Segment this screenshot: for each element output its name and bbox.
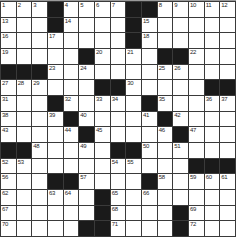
clue-number-47: 47	[190, 127, 196, 133]
cell-r8c1[interactable]	[17, 127, 32, 142]
black-cell-r9c7	[111, 143, 126, 158]
cell-r14c4[interactable]	[64, 221, 79, 236]
cell-r12c2[interactable]	[32, 190, 47, 205]
cell-r8c9[interactable]	[142, 127, 157, 142]
cell-r6c14[interactable]: 37	[220, 96, 235, 111]
cell-r13c10[interactable]	[158, 206, 173, 221]
cell-r13c8[interactable]	[126, 206, 141, 221]
black-cell-r12c6	[95, 190, 110, 205]
cell-r3c13[interactable]	[205, 49, 220, 64]
cell-r7c12[interactable]	[189, 112, 204, 127]
cell-r5c3[interactable]	[48, 80, 63, 95]
cell-r6c4[interactable]: 32	[64, 96, 79, 111]
cell-r1c11[interactable]	[173, 18, 188, 33]
cell-r8c12[interactable]: 47	[189, 127, 204, 142]
crossword-grid: 1234567891011121314151617181920212223242…	[0, 0, 236, 237]
cell-r0c7[interactable]: 7	[111, 2, 126, 17]
clue-number-67: 67	[2, 206, 8, 212]
clue-number-18: 18	[143, 33, 149, 39]
clue-number-68: 68	[112, 206, 118, 212]
clue-number-1: 1	[2, 2, 5, 8]
cell-r12c10[interactable]	[158, 190, 173, 205]
black-cell-r11c3	[48, 174, 63, 189]
cell-r14c10[interactable]	[158, 221, 173, 236]
cell-r9c4[interactable]	[64, 143, 79, 158]
cell-r9c13[interactable]	[205, 143, 220, 158]
cell-r11c5[interactable]: 57	[79, 174, 94, 189]
cell-r8c2[interactable]	[32, 127, 47, 142]
black-cell-r13c6	[95, 206, 110, 221]
cell-r3c9[interactable]	[142, 49, 157, 64]
cell-r6c13[interactable]: 36	[205, 96, 220, 111]
clue-number-64: 64	[65, 190, 71, 196]
cell-r14c7[interactable]: 71	[111, 221, 126, 236]
black-cell-r11c4	[64, 174, 79, 189]
cell-r8c6[interactable]: 45	[95, 127, 110, 142]
cell-r14c9[interactable]	[142, 221, 157, 236]
cell-r6c8[interactable]	[126, 96, 141, 111]
clue-number-60: 60	[206, 174, 212, 180]
cell-r9c11[interactable]: 51	[173, 143, 188, 158]
cell-r2c1[interactable]	[17, 33, 32, 48]
cell-r5c10[interactable]	[158, 80, 173, 95]
black-cell-r8c5	[79, 127, 94, 142]
clue-number-42: 42	[174, 112, 180, 118]
cell-r7c6[interactable]	[95, 112, 110, 127]
cell-r5c0[interactable]: 27	[1, 80, 16, 95]
cell-r6c1[interactable]	[17, 96, 32, 111]
cell-r6c7[interactable]: 34	[111, 96, 126, 111]
cell-r4c4[interactable]	[64, 65, 79, 80]
cell-r11c14[interactable]: 61	[220, 174, 235, 189]
cell-r3c12[interactable]: 22	[189, 49, 204, 64]
black-cell-r10c12	[189, 159, 204, 174]
cell-r3c1[interactable]	[17, 49, 32, 64]
black-cell-r1c8	[126, 18, 141, 33]
cell-r8c13[interactable]	[205, 127, 220, 142]
cell-r7c2[interactable]	[32, 112, 47, 127]
cell-r4c12[interactable]	[189, 65, 204, 80]
cell-r13c1[interactable]	[17, 206, 32, 221]
cell-r13c0[interactable]: 67	[1, 206, 16, 221]
clue-number-35: 35	[159, 96, 165, 102]
cell-r11c1[interactable]	[17, 174, 32, 189]
black-cell-r0c3	[48, 2, 63, 17]
cell-r1c5[interactable]	[79, 18, 94, 33]
clue-number-54: 54	[112, 159, 118, 165]
cell-r10c7[interactable]: 54	[111, 159, 126, 174]
cell-r5c12[interactable]	[189, 80, 204, 95]
cell-r4c14[interactable]	[220, 65, 235, 80]
cell-r8c7[interactable]	[111, 127, 126, 142]
cell-r8c8[interactable]	[126, 127, 141, 142]
cell-r5c1[interactable]: 28	[17, 80, 32, 95]
clue-number-16: 16	[2, 33, 8, 39]
black-cell-r4c1	[17, 65, 32, 80]
clue-number-26: 26	[174, 65, 180, 71]
cell-r13c13[interactable]	[205, 206, 220, 221]
cell-r10c9[interactable]	[142, 159, 157, 174]
cell-r4c3[interactable]: 23	[48, 65, 63, 80]
clue-number-37: 37	[221, 96, 227, 102]
cell-r12c11[interactable]	[173, 190, 188, 205]
clue-number-21: 21	[127, 49, 133, 55]
cell-r14c0[interactable]: 70	[1, 221, 16, 236]
cell-r9c2[interactable]: 48	[32, 143, 47, 158]
clue-number-3: 3	[33, 2, 36, 8]
cell-r5c5[interactable]	[79, 80, 94, 95]
cell-r11c8[interactable]	[126, 174, 141, 189]
cell-r0c11[interactable]: 9	[173, 2, 188, 17]
clue-number-45: 45	[96, 127, 102, 133]
cell-r12c3[interactable]: 63	[48, 190, 63, 205]
cell-r2c0[interactable]: 16	[1, 33, 16, 48]
cell-r13c4[interactable]	[64, 206, 79, 221]
clue-number-63: 63	[49, 190, 55, 196]
cell-r2c4[interactable]	[64, 33, 79, 48]
cell-r0c14[interactable]: 12	[220, 2, 235, 17]
clue-number-51: 51	[174, 143, 180, 149]
black-cell-r5c14	[220, 80, 235, 95]
clue-number-59: 59	[190, 174, 196, 180]
cell-r3c7[interactable]	[111, 49, 126, 64]
cell-r7c0[interactable]: 38	[1, 112, 16, 127]
cell-r10c3[interactable]	[48, 159, 63, 174]
black-cell-r0c9	[142, 2, 157, 17]
black-cell-r9c1	[17, 143, 32, 158]
cell-r4c6[interactable]	[95, 65, 110, 80]
black-cell-r0c8	[126, 2, 141, 17]
cell-r7c1[interactable]	[17, 112, 32, 127]
cell-r1c2[interactable]	[32, 18, 47, 33]
clue-number-17: 17	[49, 33, 55, 39]
clue-number-65: 65	[112, 190, 118, 196]
cell-r5c2[interactable]: 29	[32, 80, 47, 95]
cell-r13c3[interactable]	[48, 206, 63, 221]
clue-number-29: 29	[33, 80, 39, 86]
cell-r0c0[interactable]: 1	[1, 2, 16, 17]
clue-number-33: 33	[96, 96, 102, 102]
black-cell-r7c10	[158, 112, 173, 127]
cell-r7c5[interactable]: 40	[79, 112, 94, 127]
clue-number-57: 57	[80, 174, 86, 180]
cell-r9c3[interactable]	[48, 143, 63, 158]
cell-r4c8[interactable]	[126, 65, 141, 80]
clue-number-43: 43	[2, 127, 8, 133]
black-cell-r6c3	[48, 96, 63, 111]
cell-r11c2[interactable]	[32, 174, 47, 189]
clue-number-22: 22	[190, 49, 196, 55]
clue-number-23: 23	[49, 65, 55, 71]
crossword-puzzle: 1234567891011121314151617181920212223242…	[0, 0, 236, 237]
clue-number-20: 20	[96, 49, 102, 55]
cell-r12c1[interactable]	[17, 190, 32, 205]
clue-number-36: 36	[206, 96, 212, 102]
clue-number-13: 13	[2, 18, 8, 24]
cell-r8c10[interactable]: 46	[158, 127, 173, 142]
cell-r1c0[interactable]: 13	[1, 18, 16, 33]
cell-r1c7[interactable]	[111, 18, 126, 33]
cell-r1c14[interactable]	[220, 18, 235, 33]
cell-r2c9[interactable]: 18	[142, 33, 157, 48]
cell-r2c10[interactable]	[158, 33, 173, 48]
cell-r12c14[interactable]	[220, 190, 235, 205]
black-cell-r3c5	[79, 49, 94, 64]
cell-r13c5[interactable]	[79, 206, 94, 221]
cell-r7c7[interactable]	[111, 112, 126, 127]
clue-number-12: 12	[221, 2, 227, 8]
cell-r0c12[interactable]: 10	[189, 2, 204, 17]
cell-r4c5[interactable]: 24	[79, 65, 94, 80]
cell-r1c4[interactable]: 14	[64, 18, 79, 33]
cell-r13c7[interactable]: 68	[111, 206, 126, 221]
black-cell-r3c10	[158, 49, 173, 64]
cell-r0c1[interactable]: 2	[17, 2, 32, 17]
clue-number-15: 15	[143, 18, 149, 24]
clue-number-19: 19	[2, 49, 8, 55]
cell-r8c3[interactable]	[48, 127, 63, 142]
clue-number-11: 11	[206, 2, 212, 8]
clue-number-52: 52	[2, 159, 8, 165]
cell-r6c11[interactable]	[173, 96, 188, 111]
cell-r3c0[interactable]: 19	[1, 49, 16, 64]
clue-number-32: 32	[65, 96, 71, 102]
cell-r12c12[interactable]	[189, 190, 204, 205]
cell-r14c1[interactable]	[17, 221, 32, 236]
clue-number-46: 46	[159, 127, 165, 133]
cell-r4c11[interactable]: 26	[173, 65, 188, 80]
black-cell-r9c0	[1, 143, 16, 158]
cell-r2c11[interactable]	[173, 33, 188, 48]
cell-r1c10[interactable]	[158, 18, 173, 33]
cell-r0c13[interactable]: 11	[205, 2, 220, 17]
cell-r10c2[interactable]	[32, 159, 47, 174]
clue-number-66: 66	[143, 190, 149, 196]
cell-r11c12[interactable]: 59	[189, 174, 204, 189]
clue-number-72: 72	[190, 221, 196, 227]
black-cell-r11c9	[142, 174, 157, 189]
cell-r3c3[interactable]	[48, 49, 63, 64]
cell-r4c7[interactable]	[111, 65, 126, 80]
cell-r14c3[interactable]	[48, 221, 63, 236]
cell-r10c1[interactable]: 53	[17, 159, 32, 174]
cell-r2c5[interactable]	[79, 33, 94, 48]
cell-r3c4[interactable]	[64, 49, 79, 64]
clue-number-61: 61	[221, 174, 227, 180]
cell-r11c7[interactable]	[111, 174, 126, 189]
black-cell-r6c9	[142, 96, 157, 111]
clue-number-31: 31	[2, 96, 8, 102]
clue-number-48: 48	[33, 143, 39, 149]
cell-r2c3[interactable]: 17	[48, 33, 63, 48]
cell-r13c12[interactable]: 69	[189, 206, 204, 221]
cell-r10c11[interactable]	[173, 159, 188, 174]
cell-r11c11[interactable]	[173, 174, 188, 189]
cell-r0c4[interactable]: 4	[64, 2, 79, 17]
cell-r14c14[interactable]	[220, 221, 235, 236]
cell-r6c5[interactable]	[79, 96, 94, 111]
clue-number-8: 8	[159, 2, 162, 8]
black-cell-r10c14	[220, 159, 235, 174]
cell-r6c12[interactable]	[189, 96, 204, 111]
cell-r5c9[interactable]	[142, 80, 157, 95]
clue-number-9: 9	[174, 2, 177, 8]
cell-r6c10[interactable]: 35	[158, 96, 173, 111]
black-cell-r14c11	[173, 221, 188, 236]
cell-r1c6[interactable]	[95, 18, 110, 33]
cell-r12c9[interactable]: 66	[142, 190, 157, 205]
clue-number-6: 6	[96, 2, 99, 8]
cell-r9c14[interactable]	[220, 143, 235, 158]
cell-r2c7[interactable]	[111, 33, 126, 48]
cell-r10c5[interactable]	[79, 159, 94, 174]
black-cell-r4c2	[32, 65, 47, 80]
cell-r2c6[interactable]	[95, 33, 110, 48]
cell-r1c1[interactable]	[17, 18, 32, 33]
cell-r11c6[interactable]	[95, 174, 110, 189]
clue-number-24: 24	[80, 65, 86, 71]
cell-r13c9[interactable]	[142, 206, 157, 221]
cell-r9c10[interactable]	[158, 143, 173, 158]
black-cell-r8c11	[173, 127, 188, 142]
black-cell-r13c11	[173, 206, 188, 221]
clue-number-27: 27	[2, 80, 8, 86]
cell-r12c5[interactable]	[79, 190, 94, 205]
cell-r7c14[interactable]	[220, 112, 235, 127]
cell-r8c14[interactable]	[220, 127, 235, 142]
cell-r3c6[interactable]: 20	[95, 49, 110, 64]
black-cell-r10c13	[205, 159, 220, 174]
black-cell-r7c4	[64, 112, 79, 127]
clue-number-25: 25	[159, 65, 165, 71]
cell-r10c6[interactable]	[95, 159, 110, 174]
clue-number-28: 28	[18, 80, 24, 86]
cell-r12c4[interactable]: 64	[64, 190, 79, 205]
cell-r14c13[interactable]	[205, 221, 220, 236]
cell-r0c2[interactable]: 3	[32, 2, 47, 17]
black-cell-r5c6	[95, 80, 110, 95]
clue-number-49: 49	[80, 143, 86, 149]
cell-r7c3[interactable]: 39	[48, 112, 63, 127]
clue-number-50: 50	[143, 143, 149, 149]
cell-r2c2[interactable]	[32, 33, 47, 48]
black-cell-r9c8	[126, 143, 141, 158]
cell-r2c14[interactable]	[220, 33, 235, 48]
cell-r5c4[interactable]	[64, 80, 79, 95]
cell-r9c5[interactable]: 49	[79, 143, 94, 158]
cell-r0c6[interactable]: 6	[95, 2, 110, 17]
cell-r11c13[interactable]: 60	[205, 174, 220, 189]
cell-r10c8[interactable]: 55	[126, 159, 141, 174]
cell-r12c13[interactable]	[205, 190, 220, 205]
cell-r6c0[interactable]: 31	[1, 96, 16, 111]
clue-number-70: 70	[2, 221, 8, 227]
clue-number-44: 44	[65, 127, 71, 133]
cell-r6c6[interactable]: 33	[95, 96, 110, 111]
cell-r8c0[interactable]: 43	[1, 127, 16, 142]
clue-number-7: 7	[112, 2, 115, 8]
cell-r1c9[interactable]: 15	[142, 18, 157, 33]
cell-r5c8[interactable]: 30	[126, 80, 141, 95]
black-cell-r5c7	[111, 80, 126, 95]
cell-r7c8[interactable]	[126, 112, 141, 127]
cell-r10c4[interactable]	[64, 159, 79, 174]
cell-r7c13[interactable]	[205, 112, 220, 127]
cell-r10c0[interactable]: 52	[1, 159, 16, 174]
clue-number-69: 69	[190, 206, 196, 212]
cell-r13c2[interactable]	[32, 206, 47, 221]
clue-number-41: 41	[143, 112, 149, 118]
cell-r14c8[interactable]	[126, 221, 141, 236]
cell-r1c13[interactable]	[205, 18, 220, 33]
clue-number-55: 55	[127, 159, 133, 165]
clue-number-14: 14	[65, 18, 71, 24]
cell-r13c14[interactable]	[220, 206, 235, 221]
cell-r10c10[interactable]	[158, 159, 173, 174]
cell-r9c9[interactable]: 50	[142, 143, 157, 158]
clue-number-71: 71	[112, 221, 118, 227]
cell-r1c12[interactable]	[189, 18, 204, 33]
cell-r2c12[interactable]	[189, 33, 204, 48]
clue-number-53: 53	[18, 159, 24, 165]
clue-number-10: 10	[190, 2, 196, 8]
cell-r9c12[interactable]	[189, 143, 204, 158]
black-cell-r14c6	[95, 221, 110, 236]
cell-r11c0[interactable]: 56	[1, 174, 16, 189]
cell-r11c10[interactable]: 58	[158, 174, 173, 189]
cell-r3c8[interactable]: 21	[126, 49, 141, 64]
black-cell-r5c13	[205, 80, 220, 95]
cell-r3c14[interactable]	[220, 49, 235, 64]
clue-number-40: 40	[80, 112, 86, 118]
clue-number-4: 4	[65, 2, 68, 8]
cell-r2c13[interactable]	[205, 33, 220, 48]
clue-number-39: 39	[49, 112, 55, 118]
cell-r4c10[interactable]: 25	[158, 65, 173, 80]
clue-number-38: 38	[2, 112, 8, 118]
clue-number-2: 2	[18, 2, 21, 8]
clue-number-56: 56	[2, 174, 8, 180]
cell-r12c7[interactable]: 65	[111, 190, 126, 205]
black-cell-r1c3	[48, 18, 63, 33]
cell-r7c11[interactable]: 42	[173, 112, 188, 127]
black-cell-r3c11	[173, 49, 188, 64]
cell-r5c11[interactable]	[173, 80, 188, 95]
black-cell-r4c0	[1, 65, 16, 80]
cell-r3c2[interactable]	[32, 49, 47, 64]
cell-r8c4[interactable]: 44	[64, 127, 79, 142]
clue-number-30: 30	[127, 80, 133, 86]
cell-r0c5[interactable]: 5	[79, 2, 94, 17]
clue-number-58: 58	[159, 174, 165, 180]
cell-r0c10[interactable]: 8	[158, 2, 173, 17]
cell-r14c2[interactable]	[32, 221, 47, 236]
cell-r12c8[interactable]	[126, 190, 141, 205]
cell-r14c12[interactable]: 72	[189, 221, 204, 236]
cell-r9c6[interactable]	[95, 143, 110, 158]
clue-number-62: 62	[2, 190, 8, 196]
clue-number-5: 5	[80, 2, 83, 8]
clue-number-34: 34	[112, 96, 118, 102]
black-cell-r14c5	[79, 221, 94, 236]
black-cell-r2c8	[126, 33, 141, 48]
cell-r4c13[interactable]	[205, 65, 220, 80]
cell-r4c9[interactable]	[142, 65, 157, 80]
cell-r7c9[interactable]: 41	[142, 112, 157, 127]
cell-r12c0[interactable]: 62	[1, 190, 16, 205]
cell-r6c2[interactable]	[32, 96, 47, 111]
